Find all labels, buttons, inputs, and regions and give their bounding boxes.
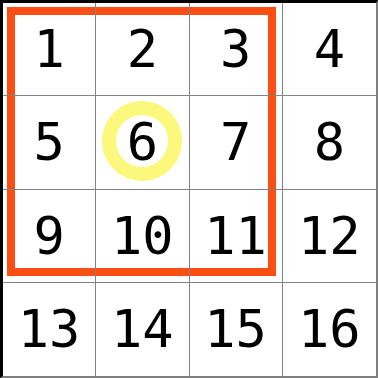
number-grid: 1 2 3 4 5 6 7 8 9 10 11 12 13 14 15 16 [0,0,378,378]
grid-cell-12[interactable]: 12 [283,190,376,283]
grid-cell-14[interactable]: 14 [96,283,189,376]
grid-cell-8[interactable]: 8 [283,96,376,189]
grid-cell-10[interactable]: 10 [96,190,189,283]
grid-cell-1[interactable]: 1 [3,3,96,96]
grid-cell-16[interactable]: 16 [283,283,376,376]
grid-cell-4[interactable]: 4 [283,3,376,96]
grid-cell-11[interactable]: 11 [190,190,283,283]
grid-cell-2[interactable]: 2 [96,3,189,96]
grid-cell-5[interactable]: 5 [3,96,96,189]
grid-cell-7[interactable]: 7 [190,96,283,189]
grid-cell-15[interactable]: 15 [190,283,283,376]
grid-cell-6[interactable]: 6 [96,96,189,189]
grid-cell-3[interactable]: 3 [190,3,283,96]
grid-cell-9[interactable]: 9 [3,190,96,283]
grid-cell-13[interactable]: 13 [3,283,96,376]
